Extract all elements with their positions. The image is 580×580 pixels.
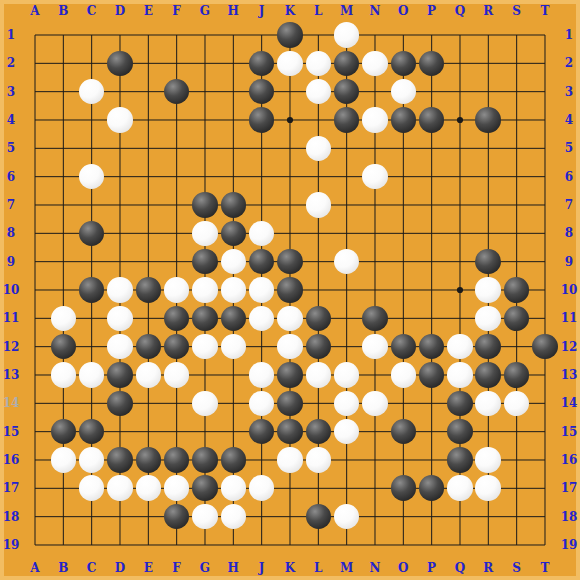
- intersection-E9[interactable]: [134, 247, 162, 275]
- intersection-P13[interactable]: [417, 361, 445, 389]
- intersection-C5[interactable]: [77, 134, 105, 162]
- intersection-N8[interactable]: [361, 219, 389, 247]
- intersection-J6[interactable]: [247, 162, 275, 190]
- intersection-K14[interactable]: [276, 389, 304, 417]
- intersection-E2[interactable]: [134, 49, 162, 77]
- intersection-T10[interactable]: [531, 276, 559, 304]
- intersection-C17[interactable]: [77, 474, 105, 502]
- intersection-F11[interactable]: [162, 304, 190, 332]
- intersection-T7[interactable]: [531, 191, 559, 219]
- intersection-H1[interactable]: [219, 21, 247, 49]
- intersection-T5[interactable]: [531, 134, 559, 162]
- intersection-F18[interactable]: [162, 502, 190, 530]
- intersection-G8[interactable]: [191, 219, 219, 247]
- intersection-N7[interactable]: [361, 191, 389, 219]
- intersection-P6[interactable]: [417, 162, 445, 190]
- intersection-H2[interactable]: [219, 49, 247, 77]
- intersection-K1[interactable]: [276, 21, 304, 49]
- intersection-P16[interactable]: [417, 446, 445, 474]
- intersection-D2[interactable]: [106, 49, 134, 77]
- intersection-H5[interactable]: [219, 134, 247, 162]
- intersection-C2[interactable]: [77, 49, 105, 77]
- intersection-S11[interactable]: [502, 304, 530, 332]
- intersection-J11[interactable]: [247, 304, 275, 332]
- intersection-R15[interactable]: [474, 417, 502, 445]
- intersection-Q14[interactable]: [446, 389, 474, 417]
- intersection-J2[interactable]: [247, 49, 275, 77]
- intersection-N6[interactable]: [361, 162, 389, 190]
- intersection-M1[interactable]: [332, 21, 360, 49]
- intersection-O17[interactable]: [389, 474, 417, 502]
- intersection-N17[interactable]: [361, 474, 389, 502]
- intersection-A6[interactable]: [21, 162, 49, 190]
- intersection-J8[interactable]: [247, 219, 275, 247]
- intersection-J10[interactable]: [247, 276, 275, 304]
- intersection-M5[interactable]: [332, 134, 360, 162]
- intersection-F7[interactable]: [162, 191, 190, 219]
- intersection-H16[interactable]: [219, 446, 247, 474]
- intersection-S9[interactable]: [502, 247, 530, 275]
- intersection-G4[interactable]: [191, 106, 219, 134]
- intersection-Q5[interactable]: [446, 134, 474, 162]
- intersection-O7[interactable]: [389, 191, 417, 219]
- intersection-D18[interactable]: [106, 502, 134, 530]
- intersection-H17[interactable]: [219, 474, 247, 502]
- intersection-C10[interactable]: [77, 276, 105, 304]
- intersection-Q8[interactable]: [446, 219, 474, 247]
- intersection-O12[interactable]: [389, 332, 417, 360]
- intersection-A11[interactable]: [21, 304, 49, 332]
- intersection-M10[interactable]: [332, 276, 360, 304]
- intersection-G17[interactable]: [191, 474, 219, 502]
- intersection-E16[interactable]: [134, 446, 162, 474]
- intersection-O6[interactable]: [389, 162, 417, 190]
- intersection-T15[interactable]: [531, 417, 559, 445]
- intersection-A14[interactable]: [21, 389, 49, 417]
- intersection-G12[interactable]: [191, 332, 219, 360]
- intersection-M11[interactable]: [332, 304, 360, 332]
- intersection-P17[interactable]: [417, 474, 445, 502]
- intersection-P19[interactable]: [417, 531, 445, 559]
- intersection-Q7[interactable]: [446, 191, 474, 219]
- intersection-M8[interactable]: [332, 219, 360, 247]
- intersection-N15[interactable]: [361, 417, 389, 445]
- intersection-M14[interactable]: [332, 389, 360, 417]
- intersection-M7[interactable]: [332, 191, 360, 219]
- intersection-E12[interactable]: [134, 332, 162, 360]
- intersection-E3[interactable]: [134, 77, 162, 105]
- intersection-E14[interactable]: [134, 389, 162, 417]
- intersection-A2[interactable]: [21, 49, 49, 77]
- intersection-S15[interactable]: [502, 417, 530, 445]
- intersection-E11[interactable]: [134, 304, 162, 332]
- intersection-G14[interactable]: [191, 389, 219, 417]
- intersection-E15[interactable]: [134, 417, 162, 445]
- intersection-K10[interactable]: [276, 276, 304, 304]
- intersection-O2[interactable]: [389, 49, 417, 77]
- intersection-O5[interactable]: [389, 134, 417, 162]
- intersection-R17[interactable]: [474, 474, 502, 502]
- intersection-P18[interactable]: [417, 502, 445, 530]
- intersection-A18[interactable]: [21, 502, 49, 530]
- intersection-A13[interactable]: [21, 361, 49, 389]
- intersection-Q9[interactable]: [446, 247, 474, 275]
- intersection-R16[interactable]: [474, 446, 502, 474]
- intersection-N19[interactable]: [361, 531, 389, 559]
- intersection-D13[interactable]: [106, 361, 134, 389]
- intersection-E8[interactable]: [134, 219, 162, 247]
- intersection-G10[interactable]: [191, 276, 219, 304]
- intersection-F6[interactable]: [162, 162, 190, 190]
- intersection-N12[interactable]: [361, 332, 389, 360]
- intersection-A17[interactable]: [21, 474, 49, 502]
- intersection-K5[interactable]: [276, 134, 304, 162]
- intersection-C16[interactable]: [77, 446, 105, 474]
- intersection-P15[interactable]: [417, 417, 445, 445]
- intersection-J16[interactable]: [247, 446, 275, 474]
- intersection-J3[interactable]: [247, 77, 275, 105]
- intersection-A15[interactable]: [21, 417, 49, 445]
- intersection-J9[interactable]: [247, 247, 275, 275]
- intersection-C8[interactable]: [77, 219, 105, 247]
- intersection-R3[interactable]: [474, 77, 502, 105]
- intersection-N4[interactable]: [361, 106, 389, 134]
- intersection-L15[interactable]: [304, 417, 332, 445]
- intersection-N2[interactable]: [361, 49, 389, 77]
- intersection-R4[interactable]: [474, 106, 502, 134]
- intersection-M16[interactable]: [332, 446, 360, 474]
- intersection-R13[interactable]: [474, 361, 502, 389]
- intersection-J7[interactable]: [247, 191, 275, 219]
- intersection-D11[interactable]: [106, 304, 134, 332]
- intersection-H18[interactable]: [219, 502, 247, 530]
- intersection-O10[interactable]: [389, 276, 417, 304]
- intersection-L18[interactable]: [304, 502, 332, 530]
- intersection-J5[interactable]: [247, 134, 275, 162]
- intersection-G2[interactable]: [191, 49, 219, 77]
- intersection-J17[interactable]: [247, 474, 275, 502]
- intersection-E10[interactable]: [134, 276, 162, 304]
- intersection-C9[interactable]: [77, 247, 105, 275]
- intersection-N13[interactable]: [361, 361, 389, 389]
- intersection-C6[interactable]: [77, 162, 105, 190]
- intersection-C19[interactable]: [77, 531, 105, 559]
- intersection-B9[interactable]: [49, 247, 77, 275]
- intersection-N1[interactable]: [361, 21, 389, 49]
- intersection-D3[interactable]: [106, 77, 134, 105]
- intersection-D16[interactable]: [106, 446, 134, 474]
- intersection-P12[interactable]: [417, 332, 445, 360]
- intersection-T13[interactable]: [531, 361, 559, 389]
- intersection-C11[interactable]: [77, 304, 105, 332]
- intersection-K2[interactable]: [276, 49, 304, 77]
- intersection-D10[interactable]: [106, 276, 134, 304]
- intersection-P9[interactable]: [417, 247, 445, 275]
- intersection-P1[interactable]: [417, 21, 445, 49]
- intersection-B8[interactable]: [49, 219, 77, 247]
- intersection-C18[interactable]: [77, 502, 105, 530]
- intersection-O16[interactable]: [389, 446, 417, 474]
- intersection-L9[interactable]: [304, 247, 332, 275]
- intersection-K16[interactable]: [276, 446, 304, 474]
- intersection-Q3[interactable]: [446, 77, 474, 105]
- intersection-B13[interactable]: [49, 361, 77, 389]
- intersection-B10[interactable]: [49, 276, 77, 304]
- intersection-R10[interactable]: [474, 276, 502, 304]
- intersection-C1[interactable]: [77, 21, 105, 49]
- intersection-B1[interactable]: [49, 21, 77, 49]
- intersection-O9[interactable]: [389, 247, 417, 275]
- intersection-B11[interactable]: [49, 304, 77, 332]
- intersection-A16[interactable]: [21, 446, 49, 474]
- intersection-S17[interactable]: [502, 474, 530, 502]
- intersection-J1[interactable]: [247, 21, 275, 49]
- intersection-D6[interactable]: [106, 162, 134, 190]
- intersection-L11[interactable]: [304, 304, 332, 332]
- intersection-D8[interactable]: [106, 219, 134, 247]
- intersection-Q18[interactable]: [446, 502, 474, 530]
- intersection-M13[interactable]: [332, 361, 360, 389]
- intersection-K18[interactable]: [276, 502, 304, 530]
- intersection-R8[interactable]: [474, 219, 502, 247]
- intersection-R5[interactable]: [474, 134, 502, 162]
- intersection-S2[interactable]: [502, 49, 530, 77]
- intersection-F15[interactable]: [162, 417, 190, 445]
- intersection-K7[interactable]: [276, 191, 304, 219]
- intersection-L12[interactable]: [304, 332, 332, 360]
- intersection-C14[interactable]: [77, 389, 105, 417]
- intersection-T18[interactable]: [531, 502, 559, 530]
- intersection-Q1[interactable]: [446, 21, 474, 49]
- intersection-G11[interactable]: [191, 304, 219, 332]
- intersection-H10[interactable]: [219, 276, 247, 304]
- intersection-R12[interactable]: [474, 332, 502, 360]
- intersection-E17[interactable]: [134, 474, 162, 502]
- intersection-M3[interactable]: [332, 77, 360, 105]
- intersection-S12[interactable]: [502, 332, 530, 360]
- intersection-T12[interactable]: [531, 332, 559, 360]
- intersection-H19[interactable]: [219, 531, 247, 559]
- intersection-T6[interactable]: [531, 162, 559, 190]
- intersection-A4[interactable]: [21, 106, 49, 134]
- intersection-G5[interactable]: [191, 134, 219, 162]
- intersection-T11[interactable]: [531, 304, 559, 332]
- intersection-F4[interactable]: [162, 106, 190, 134]
- intersection-Q2[interactable]: [446, 49, 474, 77]
- intersection-D15[interactable]: [106, 417, 134, 445]
- intersection-T2[interactable]: [531, 49, 559, 77]
- intersection-F2[interactable]: [162, 49, 190, 77]
- intersection-Q4[interactable]: [446, 106, 474, 134]
- intersection-L13[interactable]: [304, 361, 332, 389]
- intersection-D17[interactable]: [106, 474, 134, 502]
- intersection-B7[interactable]: [49, 191, 77, 219]
- intersection-L1[interactable]: [304, 21, 332, 49]
- intersection-H4[interactable]: [219, 106, 247, 134]
- intersection-E4[interactable]: [134, 106, 162, 134]
- intersection-P10[interactable]: [417, 276, 445, 304]
- intersection-F3[interactable]: [162, 77, 190, 105]
- intersection-C13[interactable]: [77, 361, 105, 389]
- intersection-B15[interactable]: [49, 417, 77, 445]
- intersection-J14[interactable]: [247, 389, 275, 417]
- intersection-N10[interactable]: [361, 276, 389, 304]
- intersection-L7[interactable]: [304, 191, 332, 219]
- intersection-K13[interactable]: [276, 361, 304, 389]
- intersection-T14[interactable]: [531, 389, 559, 417]
- intersection-D5[interactable]: [106, 134, 134, 162]
- intersection-C15[interactable]: [77, 417, 105, 445]
- intersection-O15[interactable]: [389, 417, 417, 445]
- intersection-O13[interactable]: [389, 361, 417, 389]
- intersection-F5[interactable]: [162, 134, 190, 162]
- intersection-Q15[interactable]: [446, 417, 474, 445]
- intersection-F19[interactable]: [162, 531, 190, 559]
- intersection-R18[interactable]: [474, 502, 502, 530]
- intersection-G9[interactable]: [191, 247, 219, 275]
- intersection-M15[interactable]: [332, 417, 360, 445]
- intersection-Q11[interactable]: [446, 304, 474, 332]
- intersection-G6[interactable]: [191, 162, 219, 190]
- intersection-B6[interactable]: [49, 162, 77, 190]
- intersection-S8[interactable]: [502, 219, 530, 247]
- intersection-L4[interactable]: [304, 106, 332, 134]
- intersection-C7[interactable]: [77, 191, 105, 219]
- intersection-N11[interactable]: [361, 304, 389, 332]
- intersection-O18[interactable]: [389, 502, 417, 530]
- intersection-T9[interactable]: [531, 247, 559, 275]
- intersection-F13[interactable]: [162, 361, 190, 389]
- intersection-Q6[interactable]: [446, 162, 474, 190]
- intersection-J18[interactable]: [247, 502, 275, 530]
- intersection-L8[interactable]: [304, 219, 332, 247]
- intersection-F9[interactable]: [162, 247, 190, 275]
- intersection-S6[interactable]: [502, 162, 530, 190]
- intersection-F16[interactable]: [162, 446, 190, 474]
- intersection-D1[interactable]: [106, 21, 134, 49]
- intersection-M19[interactable]: [332, 531, 360, 559]
- intersection-S14[interactable]: [502, 389, 530, 417]
- intersection-T19[interactable]: [531, 531, 559, 559]
- intersection-B5[interactable]: [49, 134, 77, 162]
- intersection-A10[interactable]: [21, 276, 49, 304]
- intersection-E5[interactable]: [134, 134, 162, 162]
- intersection-M4[interactable]: [332, 106, 360, 134]
- intersection-S7[interactable]: [502, 191, 530, 219]
- intersection-R14[interactable]: [474, 389, 502, 417]
- intersection-O1[interactable]: [389, 21, 417, 49]
- intersection-J12[interactable]: [247, 332, 275, 360]
- intersection-L14[interactable]: [304, 389, 332, 417]
- intersection-L3[interactable]: [304, 77, 332, 105]
- intersection-B14[interactable]: [49, 389, 77, 417]
- intersection-L5[interactable]: [304, 134, 332, 162]
- intersection-F8[interactable]: [162, 219, 190, 247]
- intersection-N5[interactable]: [361, 134, 389, 162]
- intersection-J13[interactable]: [247, 361, 275, 389]
- intersection-E7[interactable]: [134, 191, 162, 219]
- intersection-M12[interactable]: [332, 332, 360, 360]
- intersection-B18[interactable]: [49, 502, 77, 530]
- intersection-B17[interactable]: [49, 474, 77, 502]
- intersection-S3[interactable]: [502, 77, 530, 105]
- intersection-A1[interactable]: [21, 21, 49, 49]
- intersection-L6[interactable]: [304, 162, 332, 190]
- intersection-T1[interactable]: [531, 21, 559, 49]
- intersection-H13[interactable]: [219, 361, 247, 389]
- intersection-P11[interactable]: [417, 304, 445, 332]
- intersection-S5[interactable]: [502, 134, 530, 162]
- intersection-K15[interactable]: [276, 417, 304, 445]
- intersection-D19[interactable]: [106, 531, 134, 559]
- intersection-A8[interactable]: [21, 219, 49, 247]
- intersection-R6[interactable]: [474, 162, 502, 190]
- intersection-M9[interactable]: [332, 247, 360, 275]
- intersection-G15[interactable]: [191, 417, 219, 445]
- intersection-T8[interactable]: [531, 219, 559, 247]
- intersection-H15[interactable]: [219, 417, 247, 445]
- intersection-Q12[interactable]: [446, 332, 474, 360]
- intersection-K3[interactable]: [276, 77, 304, 105]
- intersection-Q17[interactable]: [446, 474, 474, 502]
- intersection-S10[interactable]: [502, 276, 530, 304]
- intersection-R9[interactable]: [474, 247, 502, 275]
- intersection-N3[interactable]: [361, 77, 389, 105]
- intersection-K4[interactable]: [276, 106, 304, 134]
- intersection-N18[interactable]: [361, 502, 389, 530]
- intersection-K17[interactable]: [276, 474, 304, 502]
- intersection-A19[interactable]: [21, 531, 49, 559]
- intersection-G1[interactable]: [191, 21, 219, 49]
- intersection-O3[interactable]: [389, 77, 417, 105]
- intersection-K8[interactable]: [276, 219, 304, 247]
- intersection-B2[interactable]: [49, 49, 77, 77]
- intersection-A5[interactable]: [21, 134, 49, 162]
- intersection-H14[interactable]: [219, 389, 247, 417]
- intersection-L16[interactable]: [304, 446, 332, 474]
- intersection-E13[interactable]: [134, 361, 162, 389]
- intersection-B3[interactable]: [49, 77, 77, 105]
- intersection-D7[interactable]: [106, 191, 134, 219]
- intersection-S18[interactable]: [502, 502, 530, 530]
- intersection-K9[interactable]: [276, 247, 304, 275]
- intersection-J19[interactable]: [247, 531, 275, 559]
- intersection-C3[interactable]: [77, 77, 105, 105]
- intersection-D9[interactable]: [106, 247, 134, 275]
- intersection-E6[interactable]: [134, 162, 162, 190]
- intersection-P5[interactable]: [417, 134, 445, 162]
- intersection-S19[interactable]: [502, 531, 530, 559]
- intersection-H6[interactable]: [219, 162, 247, 190]
- intersection-K19[interactable]: [276, 531, 304, 559]
- intersection-H12[interactable]: [219, 332, 247, 360]
- intersection-N16[interactable]: [361, 446, 389, 474]
- intersection-T16[interactable]: [531, 446, 559, 474]
- intersection-H9[interactable]: [219, 247, 247, 275]
- intersection-N14[interactable]: [361, 389, 389, 417]
- intersection-P4[interactable]: [417, 106, 445, 134]
- intersection-N9[interactable]: [361, 247, 389, 275]
- intersection-F17[interactable]: [162, 474, 190, 502]
- intersection-P2[interactable]: [417, 49, 445, 77]
- intersection-T3[interactable]: [531, 77, 559, 105]
- intersection-S4[interactable]: [502, 106, 530, 134]
- intersection-F14[interactable]: [162, 389, 190, 417]
- intersection-P14[interactable]: [417, 389, 445, 417]
- intersection-R1[interactable]: [474, 21, 502, 49]
- intersection-R7[interactable]: [474, 191, 502, 219]
- intersection-O4[interactable]: [389, 106, 417, 134]
